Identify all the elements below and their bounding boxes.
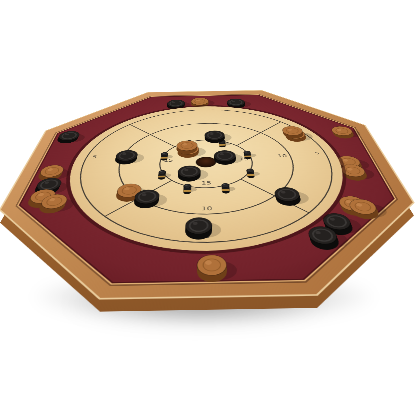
ring-label-10: 10 [277, 154, 288, 158]
ring-label-15: 15 [201, 180, 212, 185]
center-hole-20 [196, 157, 216, 168]
crokinole-board: 510155101551015 [0, 86, 416, 310]
ring-label-10: 10 [201, 206, 213, 212]
photo-background: 510155101551015 [0, 0, 416, 416]
